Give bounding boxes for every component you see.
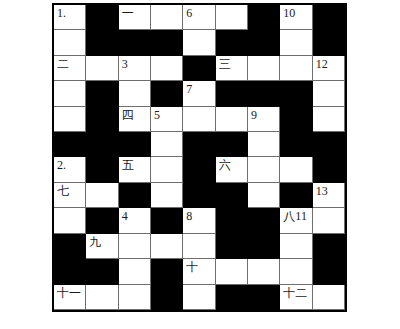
cell-r3c5-black bbox=[183, 56, 215, 81]
cell-r5c3-white[interactable]: 四 bbox=[119, 107, 151, 132]
clue-label: 13 bbox=[316, 184, 328, 198]
cell-r10c1-black bbox=[54, 234, 86, 259]
cell-r7c3-white[interactable]: 五 bbox=[119, 157, 151, 182]
clue-label: 九 bbox=[89, 235, 101, 249]
cell-r1c3-white[interactable]: 一 bbox=[119, 5, 151, 30]
cell-r4c1-white[interactable] bbox=[54, 81, 86, 106]
clue-label: 十 bbox=[186, 260, 198, 274]
cell-r2c4-black bbox=[151, 30, 183, 55]
cell-r4c8-black bbox=[280, 81, 312, 106]
cell-r3c9-white[interactable]: 12 bbox=[313, 56, 345, 81]
cell-r7c2-black bbox=[86, 157, 118, 182]
cell-r12c7-black bbox=[248, 285, 280, 310]
cell-r2c1-white[interactable] bbox=[54, 30, 86, 55]
clue-label: 8 bbox=[186, 209, 192, 223]
clue-label: 十二 bbox=[283, 286, 307, 300]
cell-r1c1-white[interactable]: 1. bbox=[54, 5, 86, 30]
cell-r8c9-white[interactable]: 13 bbox=[313, 183, 345, 208]
cell-r12c5-white[interactable] bbox=[183, 285, 215, 310]
cell-r11c1-black bbox=[54, 259, 86, 284]
cell-r8c2-white[interactable] bbox=[86, 183, 118, 208]
cell-r11c5-white[interactable]: 十 bbox=[183, 259, 215, 284]
clue-label: 6 bbox=[186, 6, 192, 20]
cell-r12c8-white[interactable]: 十二 bbox=[280, 285, 312, 310]
cell-r10c7-black bbox=[248, 234, 280, 259]
clue-label: 三 bbox=[219, 57, 231, 71]
cell-r8c4-white[interactable] bbox=[151, 183, 183, 208]
cell-r7c7-white[interactable] bbox=[248, 157, 280, 182]
cell-r6c6-black bbox=[216, 132, 248, 157]
cell-r10c4-white[interactable] bbox=[151, 234, 183, 259]
clue-label: 3 bbox=[122, 57, 128, 71]
cell-r6c4-white[interactable] bbox=[151, 132, 183, 157]
cell-r1c4-white[interactable] bbox=[151, 5, 183, 30]
cell-r6c5-black bbox=[183, 132, 215, 157]
cell-r10c2-white[interactable]: 九 bbox=[86, 234, 118, 259]
clue-label: 六 bbox=[219, 158, 231, 172]
clue-label: 八11 bbox=[283, 209, 307, 223]
cell-r11c2-black bbox=[86, 259, 118, 284]
cell-r11c6-white[interactable] bbox=[216, 259, 248, 284]
clue-label: 10 bbox=[283, 6, 295, 20]
cell-r2c3-black bbox=[119, 30, 151, 55]
cell-r9c3-white[interactable]: 4 bbox=[119, 208, 151, 233]
clue-label: 7 bbox=[186, 82, 192, 96]
cell-r4c3-white[interactable] bbox=[119, 81, 151, 106]
cell-r8c7-white[interactable] bbox=[248, 183, 280, 208]
cell-r1c6-white[interactable] bbox=[216, 5, 248, 30]
clue-label: 1. bbox=[57, 6, 66, 20]
cell-r5c2-black bbox=[86, 107, 118, 132]
cell-r4c4-black bbox=[151, 81, 183, 106]
cell-r11c3-white[interactable] bbox=[119, 259, 151, 284]
clue-label: 十一 bbox=[57, 286, 81, 300]
cell-r1c8-white[interactable]: 10 bbox=[280, 5, 312, 30]
cell-r8c5-black bbox=[183, 183, 215, 208]
clue-label: 2. bbox=[57, 158, 66, 172]
cell-r6c8-black bbox=[280, 132, 312, 157]
cell-r3c3-white[interactable]: 3 bbox=[119, 56, 151, 81]
crossword-board: 1.一610二3三127四592.五六七1348八11九十十一十二 bbox=[52, 3, 347, 312]
cell-r2c9-black bbox=[313, 30, 345, 55]
cell-r4c7-black bbox=[248, 81, 280, 106]
cell-r9c9-white[interactable] bbox=[313, 208, 345, 233]
cell-r11c8-white[interactable] bbox=[280, 259, 312, 284]
cell-r6c2-black bbox=[86, 132, 118, 157]
cell-r3c4-white[interactable] bbox=[151, 56, 183, 81]
cell-r6c9-black bbox=[313, 132, 345, 157]
cell-r9c5-white[interactable]: 8 bbox=[183, 208, 215, 233]
cell-r2c5-white[interactable] bbox=[183, 30, 215, 55]
cell-r12c2-white[interactable] bbox=[86, 285, 118, 310]
cell-r2c6-black bbox=[216, 30, 248, 55]
cell-r2c7-black bbox=[248, 30, 280, 55]
cell-r5c7-white[interactable]: 9 bbox=[248, 107, 280, 132]
cell-r7c4-white[interactable] bbox=[151, 157, 183, 182]
clue-label: 二 bbox=[57, 57, 69, 71]
cell-r8c3-black bbox=[119, 183, 151, 208]
cell-r4c5-white[interactable]: 7 bbox=[183, 81, 215, 106]
cell-r12c6-black bbox=[216, 285, 248, 310]
cell-r5c4-white[interactable]: 5 bbox=[151, 107, 183, 132]
cell-r3c7-white[interactable] bbox=[248, 56, 280, 81]
cell-r11c9-black bbox=[313, 259, 345, 284]
clue-label: 12 bbox=[316, 57, 328, 71]
cell-r8c6-black bbox=[216, 183, 248, 208]
cell-r3c1-white[interactable]: 二 bbox=[54, 56, 86, 81]
cell-r5c6-white[interactable] bbox=[216, 107, 248, 132]
cell-r9c7-black bbox=[248, 208, 280, 233]
cell-r3c2-white[interactable] bbox=[86, 56, 118, 81]
cell-r11c4-black bbox=[151, 259, 183, 284]
cell-r5c9-white[interactable] bbox=[313, 107, 345, 132]
cell-r2c2-black bbox=[86, 30, 118, 55]
clue-label: 七 bbox=[57, 184, 69, 198]
cell-r1c7-black bbox=[248, 5, 280, 30]
cell-r7c6-white[interactable]: 六 bbox=[216, 157, 248, 182]
cell-r7c1-white[interactable]: 2. bbox=[54, 157, 86, 182]
clue-label: 五 bbox=[122, 158, 134, 172]
cell-r1c2-black bbox=[86, 5, 118, 30]
cell-r10c8-white[interactable] bbox=[280, 234, 312, 259]
cell-r7c9-black bbox=[313, 157, 345, 182]
cell-r10c9-black bbox=[313, 234, 345, 259]
cell-r10c5-white[interactable] bbox=[183, 234, 215, 259]
clue-label: 四 bbox=[122, 108, 134, 122]
cell-r10c6-black bbox=[216, 234, 248, 259]
cell-r1c5-white[interactable]: 6 bbox=[183, 5, 215, 30]
cell-r9c2-black bbox=[86, 208, 118, 233]
page: 1.一610二3三127四592.五六七1348八11九十十一十二 bbox=[0, 0, 400, 329]
cell-r4c9-white[interactable] bbox=[313, 81, 345, 106]
cell-r8c1-white[interactable]: 七 bbox=[54, 183, 86, 208]
cell-r4c2-black bbox=[86, 81, 118, 106]
clue-label: 4 bbox=[122, 209, 128, 223]
cell-r5c1-white[interactable] bbox=[54, 107, 86, 132]
cell-r9c6-black bbox=[216, 208, 248, 233]
cell-r10c3-white[interactable] bbox=[119, 234, 151, 259]
cell-r11c7-white[interactable] bbox=[248, 259, 280, 284]
cell-r5c8-black bbox=[280, 107, 312, 132]
cell-r3c6-white[interactable]: 三 bbox=[216, 56, 248, 81]
cell-r6c7-white[interactable] bbox=[248, 132, 280, 157]
cell-r6c3-black bbox=[119, 132, 151, 157]
clue-label: 5 bbox=[154, 108, 160, 122]
clue-label: 一 bbox=[122, 6, 134, 20]
cell-r9c4-black bbox=[151, 208, 183, 233]
cell-r12c4-black bbox=[151, 285, 183, 310]
cell-r9c8-white[interactable]: 八11 bbox=[280, 208, 312, 233]
cell-r4c6-black bbox=[216, 81, 248, 106]
cell-r3c8-white[interactable] bbox=[280, 56, 312, 81]
cell-r5c5-white[interactable] bbox=[183, 107, 215, 132]
cell-r7c8-white[interactable] bbox=[280, 157, 312, 182]
cell-r2c8-white[interactable] bbox=[280, 30, 312, 55]
clue-label: 9 bbox=[251, 108, 257, 122]
cell-r8c8-black bbox=[280, 183, 312, 208]
cell-r12c9-white[interactable] bbox=[313, 285, 345, 310]
cell-r12c3-white[interactable] bbox=[119, 285, 151, 310]
cell-r6c1-black bbox=[54, 132, 86, 157]
cell-r7c5-black bbox=[183, 157, 215, 182]
cell-r12c1-white[interactable]: 十一 bbox=[54, 285, 86, 310]
cell-r9c1-white[interactable] bbox=[54, 208, 86, 233]
cell-r1c9-black bbox=[313, 5, 345, 30]
